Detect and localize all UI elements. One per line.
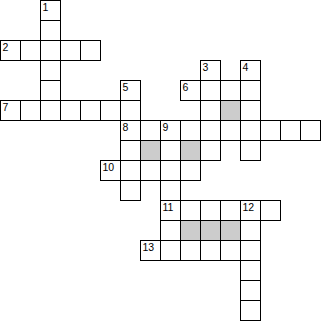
- grid-cell[interactable]: [160, 220, 181, 241]
- clue-number-10: 10: [103, 162, 115, 173]
- clue-number-9: 9: [163, 122, 169, 133]
- grid-cell-shaded[interactable]: [180, 140, 201, 161]
- grid-cell[interactable]: 13: [140, 240, 161, 261]
- grid-cell[interactable]: [180, 120, 201, 141]
- grid-cell[interactable]: 7: [0, 100, 21, 121]
- grid-cell[interactable]: [40, 20, 61, 41]
- grid-cell[interactable]: [240, 120, 261, 141]
- grid-cell[interactable]: [280, 120, 301, 141]
- clue-number-6: 6: [183, 82, 189, 93]
- grid-cell[interactable]: [60, 40, 81, 61]
- grid-cell[interactable]: [300, 120, 321, 141]
- grid-cell[interactable]: [240, 100, 261, 121]
- grid-cell[interactable]: 11: [160, 200, 181, 221]
- grid-cell[interactable]: 6: [180, 80, 201, 101]
- grid-cell[interactable]: [160, 160, 181, 181]
- grid-cell[interactable]: [180, 160, 201, 181]
- grid-cell-shaded[interactable]: [180, 220, 201, 241]
- grid-cell[interactable]: [260, 200, 281, 221]
- grid-cell[interactable]: [140, 160, 161, 181]
- grid-cell[interactable]: [220, 200, 241, 221]
- grid-cell[interactable]: [60, 100, 81, 121]
- clue-number-4: 4: [243, 62, 249, 73]
- clue-number-5: 5: [123, 82, 129, 93]
- grid-cell[interactable]: [240, 240, 261, 261]
- grid-cell[interactable]: [240, 300, 261, 321]
- grid-cell-shaded[interactable]: [220, 220, 241, 241]
- grid-cell[interactable]: [40, 100, 61, 121]
- grid-cell[interactable]: [240, 80, 261, 101]
- grid-cell[interactable]: 12: [240, 200, 261, 221]
- clue-number-8: 8: [123, 122, 129, 133]
- clue-number-2: 2: [3, 42, 9, 53]
- grid-cell[interactable]: [180, 200, 201, 221]
- clue-number-3: 3: [203, 62, 209, 73]
- grid-cell[interactable]: 5: [120, 80, 141, 101]
- grid-cell[interactable]: [20, 100, 41, 121]
- grid-cell[interactable]: [160, 180, 181, 201]
- grid-cell[interactable]: [200, 140, 221, 161]
- grid-cell[interactable]: [240, 220, 261, 241]
- clue-number-1: 1: [43, 2, 49, 13]
- grid-cell[interactable]: 2: [0, 40, 21, 61]
- grid-cell[interactable]: [220, 240, 241, 261]
- grid-cell[interactable]: [120, 100, 141, 121]
- clue-number-12: 12: [243, 202, 255, 213]
- grid-cell[interactable]: [40, 40, 61, 61]
- grid-cell[interactable]: [20, 40, 41, 61]
- grid-cell[interactable]: [80, 100, 101, 121]
- grid-cell[interactable]: [120, 160, 141, 181]
- grid-cell[interactable]: 3: [200, 60, 221, 81]
- grid-cell[interactable]: [200, 100, 221, 121]
- clue-number-7: 7: [3, 102, 9, 113]
- grid-cell[interactable]: [220, 120, 241, 141]
- grid-cell[interactable]: [160, 240, 181, 261]
- grid-cell[interactable]: [40, 60, 61, 81]
- grid-cell[interactable]: [240, 260, 261, 281]
- crossword-board: 12345678910111213: [0, 0, 321, 321]
- grid-cell[interactable]: [180, 240, 201, 261]
- grid-cell[interactable]: [200, 80, 221, 101]
- grid-cell[interactable]: [200, 200, 221, 221]
- grid-cell[interactable]: [80, 40, 101, 61]
- grid-cell[interactable]: [100, 100, 121, 121]
- grid-cell[interactable]: 9: [160, 120, 181, 141]
- grid-cell[interactable]: 4: [240, 60, 261, 81]
- grid-cell[interactable]: [120, 140, 141, 161]
- grid-cell[interactable]: [200, 120, 221, 141]
- grid-cell[interactable]: 8: [120, 120, 141, 141]
- grid-cell[interactable]: [240, 140, 261, 161]
- grid-cell-shaded[interactable]: [140, 140, 161, 161]
- grid-cell[interactable]: [160, 140, 181, 161]
- grid-cell[interactable]: [200, 240, 221, 261]
- clue-number-13: 13: [143, 242, 155, 253]
- grid-cell[interactable]: 10: [100, 160, 121, 181]
- grid-cell[interactable]: 1: [40, 0, 61, 21]
- grid-cell[interactable]: [260, 120, 281, 141]
- grid-cell[interactable]: [40, 80, 61, 101]
- grid-cell[interactable]: [120, 180, 141, 201]
- grid-cell[interactable]: [220, 80, 241, 101]
- grid-cell-shaded[interactable]: [220, 100, 241, 121]
- grid-cell[interactable]: [140, 120, 161, 141]
- clue-number-11: 11: [163, 202, 174, 213]
- grid-cell-shaded[interactable]: [200, 220, 221, 241]
- grid-cell[interactable]: [240, 280, 261, 301]
